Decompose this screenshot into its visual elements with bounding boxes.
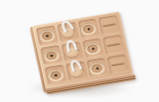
well-cell-r2c1: [40, 45, 62, 66]
slider-track-groove: [110, 63, 125, 67]
well-cell-r1c1: [36, 25, 58, 46]
slider-track-groove: [106, 43, 121, 47]
treat-well: [38, 28, 56, 42]
treat-well: [43, 48, 61, 62]
treat-hole: [54, 74, 57, 77]
well-cell-r2c3: [82, 38, 104, 59]
well-cell-r3c1: [45, 65, 67, 86]
slider-track-groove: [102, 23, 117, 27]
track-panel-r2c4: [103, 35, 125, 56]
treat-hole: [50, 54, 53, 57]
slider-cell-r1c2: [57, 22, 79, 43]
slider-cell-r3c2: [65, 61, 87, 82]
treat-hole: [45, 34, 48, 37]
treat-well: [47, 68, 65, 82]
well-cell-r3c3: [86, 58, 108, 79]
treat-hole: [96, 67, 99, 70]
treat-well: [88, 61, 106, 75]
treat-hole: [91, 47, 94, 50]
product-photo-scene: [0, 0, 159, 102]
slider-cell-r2c2: [61, 42, 83, 63]
track-panel-r1c4: [98, 15, 120, 36]
board-wrap: [32, 11, 133, 88]
treat-well: [80, 22, 98, 36]
well-cell-r1c3: [78, 18, 100, 39]
treat-well: [84, 41, 102, 55]
track-panel-r3c4: [107, 54, 129, 75]
treat-hole: [87, 27, 90, 30]
